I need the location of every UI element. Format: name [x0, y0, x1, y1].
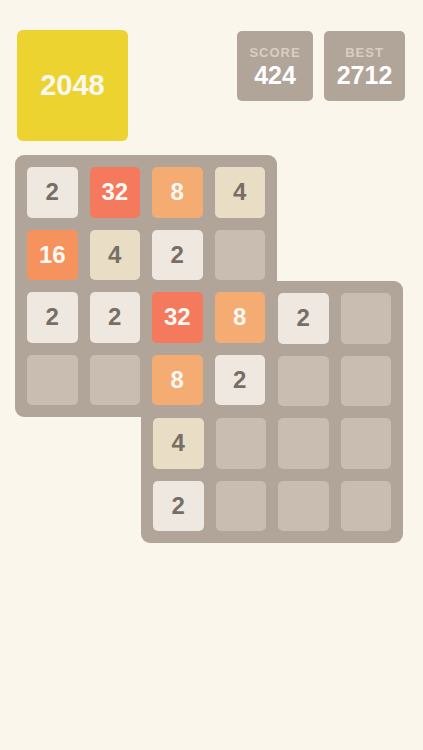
empty-cell [341, 418, 392, 469]
empty-cell [216, 481, 267, 532]
empty-cell [278, 481, 329, 532]
tile-2: 2 [27, 167, 78, 218]
tile-8: 8 [152, 167, 203, 218]
tile-2: 2 [152, 230, 203, 281]
tile-2: 2 [278, 293, 329, 344]
score-label: SCORE [249, 45, 300, 60]
tile-2: 2 [27, 292, 78, 343]
tile-16: 16 [27, 230, 78, 281]
tile-32: 32 [152, 292, 203, 343]
tile-2: 2 [153, 481, 204, 532]
game-screen: 2048 SCORE 424 BEST 2712 32828242 232841… [0, 0, 423, 750]
empty-cell [27, 355, 78, 406]
tile-8: 8 [152, 355, 203, 406]
logo-text: 2048 [40, 69, 105, 102]
empty-cell [341, 356, 392, 407]
best-box: BEST 2712 [324, 31, 405, 101]
logo-tile: 2048 [17, 30, 128, 141]
best-value: 2712 [337, 62, 393, 88]
best-label: BEST [345, 45, 384, 60]
tile-4: 4 [153, 418, 204, 469]
tile-32: 32 [90, 167, 141, 218]
board-top[interactable]: 2328416422232882 [15, 155, 277, 417]
empty-cell [341, 481, 392, 532]
tile-8: 8 [215, 292, 266, 343]
tile-2: 2 [90, 292, 141, 343]
tile-4: 4 [215, 167, 266, 218]
empty-cell [278, 356, 329, 407]
tile-4: 4 [90, 230, 141, 281]
empty-cell [278, 418, 329, 469]
score-box: SCORE 424 [237, 31, 313, 101]
score-value: 424 [254, 62, 296, 88]
tile-2: 2 [215, 355, 266, 406]
empty-cell [216, 418, 267, 469]
empty-cell [90, 355, 141, 406]
empty-cell [341, 293, 392, 344]
empty-cell [215, 230, 266, 281]
